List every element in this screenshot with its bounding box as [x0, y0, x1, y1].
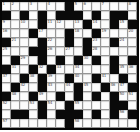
- grid-cell[interactable]: 19: [101, 29, 110, 38]
- grid-cell[interactable]: [29, 20, 38, 29]
- grid-cell[interactable]: [110, 47, 119, 56]
- clue-number: 17: [39, 29, 44, 33]
- grid-cell[interactable]: [101, 20, 110, 29]
- grid-cell[interactable]: 32: [38, 65, 47, 74]
- grid-cell[interactable]: [92, 2, 101, 11]
- grid-cell[interactable]: 3: [29, 2, 38, 11]
- black-cell: [110, 56, 119, 65]
- grid-cell[interactable]: [92, 119, 101, 128]
- grid-cell[interactable]: 41: [101, 74, 110, 83]
- black-cell: [65, 74, 74, 83]
- grid-cell[interactable]: 28: [92, 47, 101, 56]
- grid-cell[interactable]: 36: [128, 65, 137, 74]
- clue-number: 3: [30, 2, 32, 6]
- grid-cell[interactable]: [2, 56, 11, 65]
- black-cell: [119, 74, 128, 83]
- black-cell: [65, 119, 74, 128]
- black-cell: [92, 92, 101, 101]
- grid-cell[interactable]: 15: [119, 20, 128, 29]
- grid-cell[interactable]: [83, 29, 92, 38]
- grid-cell[interactable]: 29: [20, 56, 29, 65]
- grid-cell[interactable]: [83, 110, 92, 119]
- clue-number: 40: [75, 74, 80, 78]
- grid-cell[interactable]: 24: [119, 38, 128, 47]
- grid-cell[interactable]: [29, 119, 38, 128]
- grid-cell[interactable]: [47, 11, 56, 20]
- grid-cell[interactable]: 52: [2, 101, 11, 110]
- grid-cell[interactable]: [20, 47, 29, 56]
- grid-cell[interactable]: [74, 47, 83, 56]
- crossword-grid: 1234567891011121314151617181920212223242…: [0, 0, 139, 130]
- clue-number: 49: [39, 92, 44, 96]
- grid-cell[interactable]: [47, 92, 56, 101]
- clue-number: 20: [129, 29, 134, 33]
- black-cell: [20, 74, 29, 83]
- grid-cell[interactable]: [56, 47, 65, 56]
- black-cell: [56, 56, 65, 65]
- grid-cell[interactable]: 50: [119, 92, 128, 101]
- grid-cell[interactable]: 51: [128, 92, 137, 101]
- grid-cell[interactable]: 38: [29, 74, 38, 83]
- black-cell: [11, 56, 20, 65]
- grid-cell[interactable]: [11, 11, 20, 20]
- black-cell: [92, 74, 101, 83]
- grid-cell[interactable]: [20, 38, 29, 47]
- black-cell: [92, 11, 101, 20]
- black-cell: [65, 110, 74, 119]
- black-cell: [119, 11, 128, 20]
- black-cell: [65, 11, 74, 20]
- grid-cell[interactable]: [110, 74, 119, 83]
- grid-cell[interactable]: 31: [11, 65, 20, 74]
- black-cell: [65, 38, 74, 47]
- black-cell: [74, 83, 83, 92]
- clue-number: 25: [3, 47, 8, 51]
- grid-cell[interactable]: 57: [2, 119, 11, 128]
- clue-number: 14: [93, 20, 98, 24]
- grid-cell[interactable]: 5: [74, 2, 83, 11]
- clue-number: 19: [102, 29, 107, 33]
- black-cell: [83, 47, 92, 56]
- clue-number: 26: [48, 47, 53, 51]
- grid-cell[interactable]: [83, 11, 92, 20]
- grid-cell[interactable]: 34: [74, 65, 83, 74]
- clue-number: 7: [102, 2, 104, 6]
- grid-cell[interactable]: [110, 2, 119, 11]
- grid-cell[interactable]: [47, 119, 56, 128]
- clue-number: 16: [3, 29, 8, 33]
- black-cell: [74, 56, 83, 65]
- grid-cell[interactable]: 23: [92, 38, 101, 47]
- black-cell: [38, 47, 47, 56]
- black-cell: [128, 110, 137, 119]
- grid-cell[interactable]: 12: [56, 20, 65, 29]
- grid-cell[interactable]: 40: [74, 74, 83, 83]
- black-cell: [110, 110, 119, 119]
- black-cell: [2, 92, 11, 101]
- grid-cell[interactable]: [11, 119, 20, 128]
- clue-number: 1: [3, 2, 5, 6]
- clue-number: 48: [12, 92, 17, 96]
- black-cell: [101, 83, 110, 92]
- black-cell: [110, 65, 119, 74]
- black-cell: [74, 92, 83, 101]
- black-cell: [38, 101, 47, 110]
- clue-number: 23: [93, 38, 98, 42]
- grid-cell[interactable]: [119, 2, 128, 11]
- clue-number: 46: [111, 83, 116, 87]
- grid-cell[interactable]: [101, 110, 110, 119]
- grid-cell[interactable]: 37: [2, 74, 11, 83]
- grid-cell[interactable]: [56, 74, 65, 83]
- black-cell: [110, 20, 119, 29]
- grid-cell[interactable]: [92, 83, 101, 92]
- grid-cell[interactable]: 56: [119, 110, 128, 119]
- grid-cell[interactable]: [83, 92, 92, 101]
- black-cell: [2, 65, 11, 74]
- black-cell: [38, 38, 47, 47]
- grid-cell[interactable]: [110, 29, 119, 38]
- clue-number: 43: [48, 83, 53, 87]
- grid-cell[interactable]: [65, 92, 74, 101]
- grid-cell[interactable]: 4: [47, 2, 56, 11]
- grid-cell[interactable]: [119, 47, 128, 56]
- grid-cell[interactable]: [101, 92, 110, 101]
- grid-cell[interactable]: 11: [47, 20, 56, 29]
- black-cell: [74, 11, 83, 20]
- grid-cell[interactable]: [101, 11, 110, 20]
- grid-cell[interactable]: 27: [65, 47, 74, 56]
- black-cell: [38, 56, 47, 65]
- grid-cell[interactable]: [20, 92, 29, 101]
- grid-cell[interactable]: 33: [56, 65, 65, 74]
- grid-cell[interactable]: [38, 2, 47, 11]
- grid-cell[interactable]: 42: [20, 83, 29, 92]
- black-cell: [92, 110, 101, 119]
- black-cell: [128, 20, 137, 29]
- grid-cell[interactable]: 35: [119, 65, 128, 74]
- black-cell: [20, 11, 29, 20]
- grid-cell[interactable]: [101, 47, 110, 56]
- grid-cell[interactable]: [38, 119, 47, 128]
- grid-cell[interactable]: 55: [74, 101, 83, 110]
- black-cell: [2, 11, 11, 20]
- grid-cell[interactable]: [65, 56, 74, 65]
- clue-number: 53: [30, 101, 35, 105]
- clue-number: 42: [21, 83, 26, 87]
- grid-cell[interactable]: [92, 65, 101, 74]
- grid-cell[interactable]: [47, 29, 56, 38]
- clue-number: 5: [75, 2, 77, 6]
- grid-cell[interactable]: 16: [2, 29, 11, 38]
- grid-cell[interactable]: 39: [47, 74, 56, 83]
- grid-cell[interactable]: [47, 110, 56, 119]
- grid-cell[interactable]: [101, 56, 110, 65]
- clue-number: 27: [66, 47, 71, 51]
- grid-cell[interactable]: [101, 119, 110, 128]
- clue-number: 37: [3, 74, 8, 78]
- grid-cell[interactable]: [65, 20, 74, 29]
- clue-number: 13: [75, 20, 80, 24]
- clue-number: 57: [3, 119, 8, 123]
- black-cell: [38, 83, 47, 92]
- grid-cell[interactable]: 18: [74, 29, 83, 38]
- black-cell: [83, 20, 92, 29]
- grid-cell[interactable]: [128, 38, 137, 47]
- grid-cell[interactable]: [29, 83, 38, 92]
- grid-cell[interactable]: [128, 101, 137, 110]
- grid-cell[interactable]: 45: [83, 83, 92, 92]
- clue-number: 35: [120, 65, 125, 69]
- grid-cell[interactable]: [2, 83, 11, 92]
- black-cell: [110, 11, 119, 20]
- clue-number: 45: [84, 83, 89, 87]
- grid-cell[interactable]: 6: [83, 2, 92, 11]
- grid-cell[interactable]: [128, 11, 137, 20]
- clue-number: 39: [48, 74, 53, 78]
- clue-number: 15: [120, 20, 125, 24]
- grid-cell[interactable]: 9: [2, 20, 11, 29]
- grid-cell[interactable]: [11, 74, 20, 83]
- grid-cell[interactable]: 2: [11, 2, 20, 11]
- grid-cell[interactable]: 8: [128, 2, 137, 11]
- grid-cell[interactable]: [56, 29, 65, 38]
- grid-cell[interactable]: [56, 2, 65, 11]
- black-cell: [29, 47, 38, 56]
- black-cell: [74, 110, 83, 119]
- black-cell: [47, 65, 56, 74]
- grid-cell[interactable]: 48: [11, 92, 20, 101]
- grid-cell[interactable]: [128, 119, 137, 128]
- grid-cell[interactable]: [110, 119, 119, 128]
- grid-cell[interactable]: [56, 38, 65, 47]
- clue-number: 32: [39, 65, 44, 69]
- grid-cell[interactable]: 17: [38, 29, 47, 38]
- grid-cell[interactable]: 44: [65, 83, 74, 92]
- grid-cell[interactable]: [56, 119, 65, 128]
- clue-number: 2: [12, 2, 14, 6]
- grid-cell[interactable]: [101, 38, 110, 47]
- black-cell: [83, 38, 92, 47]
- clue-number: 47: [120, 83, 125, 87]
- grid-cell[interactable]: [20, 101, 29, 110]
- clue-number: 50: [120, 92, 125, 96]
- clue-number: 21: [12, 38, 17, 42]
- black-cell: [65, 101, 74, 110]
- grid-cell[interactable]: 10: [20, 20, 29, 29]
- clue-number: 9: [3, 20, 5, 24]
- black-cell: [56, 110, 65, 119]
- grid-cell[interactable]: [11, 29, 20, 38]
- black-cell: [20, 110, 29, 119]
- black-cell: [38, 20, 47, 29]
- black-cell: [110, 38, 119, 47]
- black-cell: [110, 92, 119, 101]
- grid-cell[interactable]: [119, 29, 128, 38]
- clue-number: 41: [102, 74, 107, 78]
- grid-cell[interactable]: [47, 56, 56, 65]
- grid-cell[interactable]: [29, 11, 38, 20]
- clue-number: 52: [3, 101, 8, 105]
- black-cell: [29, 65, 38, 74]
- grid-cell[interactable]: 25: [2, 47, 11, 56]
- grid-cell[interactable]: [101, 65, 110, 74]
- grid-cell[interactable]: [56, 101, 65, 110]
- grid-cell[interactable]: [83, 101, 92, 110]
- black-cell: [11, 83, 20, 92]
- clue-number: 56: [120, 110, 125, 114]
- clue-number: 11: [48, 20, 53, 24]
- black-cell: [92, 56, 101, 65]
- clue-number: 44: [66, 83, 71, 87]
- black-cell: [11, 110, 20, 119]
- grid-cell[interactable]: [11, 47, 20, 56]
- grid-cell[interactable]: [101, 101, 110, 110]
- grid-cell[interactable]: [128, 74, 137, 83]
- black-cell: [65, 2, 74, 11]
- grid-cell[interactable]: 53: [29, 101, 38, 110]
- grid-cell[interactable]: 7: [101, 2, 110, 11]
- grid-cell[interactable]: 13: [74, 20, 83, 29]
- grid-cell[interactable]: 30: [83, 56, 92, 65]
- grid-cell[interactable]: [56, 83, 65, 92]
- black-cell: [2, 38, 11, 47]
- grid-cell[interactable]: 1: [2, 2, 11, 11]
- grid-cell[interactable]: 46: [110, 83, 119, 92]
- black-cell: [128, 83, 137, 92]
- clue-number: 4: [48, 2, 50, 6]
- clue-number: 30: [84, 56, 89, 60]
- clue-number: 54: [48, 101, 53, 105]
- grid-cell[interactable]: 26: [47, 47, 56, 56]
- grid-cell[interactable]: [83, 65, 92, 74]
- clue-number: 29: [21, 56, 26, 60]
- grid-cell[interactable]: 20: [128, 29, 137, 38]
- black-cell: [38, 110, 47, 119]
- grid-cell[interactable]: [74, 38, 83, 47]
- grid-cell[interactable]: 49: [38, 92, 47, 101]
- clue-number: 12: [57, 20, 62, 24]
- grid-cell[interactable]: [65, 65, 74, 74]
- black-cell: [56, 11, 65, 20]
- grid-cell[interactable]: 43: [47, 83, 56, 92]
- clue-number: 31: [12, 65, 17, 69]
- black-cell: [65, 29, 74, 38]
- grid-cell[interactable]: [119, 56, 128, 65]
- black-cell: [29, 29, 38, 38]
- grid-cell[interactable]: [11, 20, 20, 29]
- clue-number: 33: [57, 65, 62, 69]
- black-cell: [29, 92, 38, 101]
- grid-cell[interactable]: [11, 101, 20, 110]
- clue-number: 24: [120, 38, 125, 42]
- clue-number: 38: [30, 74, 35, 78]
- clue-number: 8: [129, 2, 131, 6]
- grid-cell[interactable]: [29, 56, 38, 65]
- grid-cell[interactable]: [83, 74, 92, 83]
- black-cell: [56, 92, 65, 101]
- black-cell: [110, 101, 119, 110]
- clue-number: 6: [84, 2, 86, 6]
- grid-cell[interactable]: [2, 110, 11, 119]
- grid-cell[interactable]: [128, 47, 137, 56]
- grid-cell[interactable]: [29, 38, 38, 47]
- clue-number: 22: [48, 38, 53, 42]
- grid-cell[interactable]: [83, 119, 92, 128]
- clue-number: 36: [129, 65, 134, 69]
- grid-cell[interactable]: [20, 2, 29, 11]
- clue-number: 10: [21, 20, 26, 24]
- black-cell: [128, 56, 137, 65]
- clue-number: 28: [93, 47, 98, 51]
- grid-cell[interactable]: 21: [11, 38, 20, 47]
- grid-cell[interactable]: 47: [119, 83, 128, 92]
- grid-cell[interactable]: [29, 110, 38, 119]
- grid-cell[interactable]: 22: [47, 38, 56, 47]
- clue-number: 18: [75, 29, 80, 33]
- black-cell: [92, 29, 101, 38]
- grid-cell[interactable]: [20, 29, 29, 38]
- black-cell: [38, 74, 47, 83]
- clue-number: 51: [129, 92, 134, 96]
- grid-cell[interactable]: [119, 119, 128, 128]
- grid-cell[interactable]: 58: [74, 119, 83, 128]
- grid-cell[interactable]: [20, 119, 29, 128]
- black-cell: [38, 11, 47, 20]
- clue-number: 58: [75, 119, 80, 123]
- grid-cell[interactable]: 54: [47, 101, 56, 110]
- clue-number: 55: [75, 101, 80, 105]
- clue-number: 34: [75, 65, 80, 69]
- black-cell: [119, 101, 128, 110]
- grid-cell[interactable]: [20, 65, 29, 74]
- grid-cell[interactable]: 14: [92, 20, 101, 29]
- grid-cell[interactable]: [92, 101, 101, 110]
